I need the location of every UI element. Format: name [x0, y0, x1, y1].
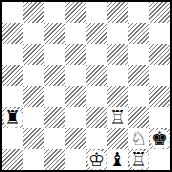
square-d8[interactable]: [65, 2, 86, 23]
square-b2[interactable]: [23, 128, 44, 149]
square-e7[interactable]: [86, 23, 107, 44]
square-a7[interactable]: [2, 23, 23, 44]
square-c4[interactable]: [44, 86, 65, 107]
square-c2[interactable]: [44, 128, 65, 149]
square-f8[interactable]: [107, 2, 128, 23]
square-g7[interactable]: [128, 23, 149, 44]
chess-board: ♜♖♘♚♔♝♖: [0, 0, 172, 172]
black-rook-piece: ♜: [3, 108, 23, 128]
square-a4[interactable]: [2, 86, 23, 107]
square-c5[interactable]: [44, 65, 65, 86]
square-g1[interactable]: ♖: [128, 149, 149, 170]
square-h4[interactable]: [149, 86, 170, 107]
black-king-piece: ♚: [150, 129, 170, 149]
square-h6[interactable]: [149, 44, 170, 65]
square-f5[interactable]: [107, 65, 128, 86]
white-rook-piece: ♖: [107, 107, 128, 128]
square-c7[interactable]: [44, 23, 65, 44]
square-d5[interactable]: [65, 65, 86, 86]
square-f7[interactable]: [107, 23, 128, 44]
square-c1[interactable]: [44, 149, 65, 170]
square-d1[interactable]: [65, 149, 86, 170]
black-bishop-piece: ♝: [107, 149, 128, 170]
square-a8[interactable]: [2, 2, 23, 23]
square-h5[interactable]: [149, 65, 170, 86]
square-f6[interactable]: [107, 44, 128, 65]
white-rook-piece: ♖: [129, 150, 149, 170]
square-h1[interactable]: [149, 149, 170, 170]
square-g4[interactable]: [128, 86, 149, 107]
square-b8[interactable]: [23, 2, 44, 23]
square-h7[interactable]: [149, 23, 170, 44]
square-d2[interactable]: [65, 128, 86, 149]
square-e8[interactable]: [86, 2, 107, 23]
square-e5[interactable]: [86, 65, 107, 86]
square-b6[interactable]: [23, 44, 44, 65]
square-e1[interactable]: ♔: [86, 149, 107, 170]
square-b3[interactable]: [23, 107, 44, 128]
square-e3[interactable]: [86, 107, 107, 128]
square-e6[interactable]: [86, 44, 107, 65]
white-king-piece: ♔: [87, 150, 107, 170]
square-a6[interactable]: [2, 44, 23, 65]
square-e2[interactable]: [86, 128, 107, 149]
white-knight-piece: ♘: [128, 128, 149, 149]
square-g8[interactable]: [128, 2, 149, 23]
square-b1[interactable]: [23, 149, 44, 170]
square-b5[interactable]: [23, 65, 44, 86]
square-c8[interactable]: [44, 2, 65, 23]
square-g6[interactable]: [128, 44, 149, 65]
square-f4[interactable]: [107, 86, 128, 107]
square-g2[interactable]: ♘: [128, 128, 149, 149]
square-a3[interactable]: ♜: [2, 107, 23, 128]
square-d3[interactable]: [65, 107, 86, 128]
square-b4[interactable]: [23, 86, 44, 107]
square-a5[interactable]: [2, 65, 23, 86]
square-c6[interactable]: [44, 44, 65, 65]
square-a1[interactable]: [2, 149, 23, 170]
square-h8[interactable]: [149, 2, 170, 23]
square-d4[interactable]: [65, 86, 86, 107]
square-f1[interactable]: ♝: [107, 149, 128, 170]
square-b7[interactable]: [23, 23, 44, 44]
square-f3[interactable]: ♖: [107, 107, 128, 128]
square-e4[interactable]: [86, 86, 107, 107]
square-d6[interactable]: [65, 44, 86, 65]
square-g3[interactable]: [128, 107, 149, 128]
square-c3[interactable]: [44, 107, 65, 128]
square-f2[interactable]: [107, 128, 128, 149]
square-d7[interactable]: [65, 23, 86, 44]
square-g5[interactable]: [128, 65, 149, 86]
square-h3[interactable]: [149, 107, 170, 128]
square-a2[interactable]: [2, 128, 23, 149]
square-h2[interactable]: ♚: [149, 128, 170, 149]
